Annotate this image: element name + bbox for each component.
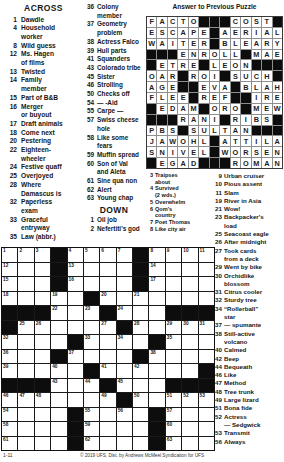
puzzle-cell[interactable]: 33 <box>84 335 99 349</box>
answer-letter-cell: S <box>147 147 156 157</box>
answer-letter-cell: N <box>241 126 250 136</box>
puzzle-cell[interactable] <box>51 408 66 422</box>
puzzle-cell[interactable] <box>84 393 99 407</box>
puzzle-cell[interactable]: 21 <box>133 292 148 306</box>
puzzle-cell[interactable]: 36 <box>2 350 17 364</box>
puzzle-cell[interactable] <box>199 437 214 451</box>
answer-letter-cell: R <box>199 50 208 60</box>
cell-number: 58 <box>3 422 8 428</box>
answer-black-cell <box>241 104 250 114</box>
answer-letter-cell: R <box>262 93 271 103</box>
down-clue-7: 7Poet Thomas <box>146 219 210 226</box>
puzzle-cell[interactable] <box>51 393 66 407</box>
cell-number: 39 <box>3 364 8 370</box>
puzzle-cell[interactable]: 16 <box>68 277 83 291</box>
puzzle-cell[interactable]: 46 <box>2 393 17 407</box>
clue-text: Traipses about <box>155 172 178 185</box>
puzzle-cell[interactable]: 14 <box>149 263 164 277</box>
puzzle-cell[interactable]: 5 <box>84 248 99 262</box>
puzzle-cell[interactable]: 24 <box>117 306 132 320</box>
cell-number: 19 <box>52 292 57 298</box>
puzzle-cell[interactable] <box>117 292 132 306</box>
clue-number: 35 <box>2 233 21 242</box>
across-clue-1: 1Dawdle <box>2 16 85 25</box>
puzzle-black-cell <box>149 335 164 349</box>
puzzle-cell[interactable] <box>133 422 148 436</box>
puzzle-cell[interactable] <box>35 263 50 277</box>
puzzle-cell[interactable]: 23 <box>84 306 99 320</box>
answer-black-cell <box>220 17 229 27</box>
down-clue-21: 21Wow! <box>212 205 283 213</box>
answer-letter-cell: T <box>231 136 240 146</box>
puzzle-cell[interactable]: 44 <box>84 379 99 393</box>
across-clue-25: 25Overjoyed <box>2 172 85 181</box>
clue-text: Son of Val and Aleta <box>97 160 128 177</box>
answer-letter-cell: O <box>210 104 219 114</box>
puzzle-cell[interactable] <box>182 335 197 349</box>
clue-text: River in Asia <box>224 197 261 205</box>
cell-number: 13 <box>69 263 74 269</box>
clue-text: Part of B&B <box>21 94 58 103</box>
puzzle-cell[interactable] <box>100 408 115 422</box>
cell-number: 42 <box>134 364 139 370</box>
puzzle-black-cell <box>2 321 17 335</box>
answer-black-cell <box>178 82 187 92</box>
puzzle-cell[interactable]: 32 <box>2 335 17 349</box>
puzzle-cell[interactable] <box>68 292 83 306</box>
puzzle-black-cell <box>51 277 66 291</box>
across-clue-14: 14Family member <box>2 76 85 93</box>
clue-number: 28 <box>2 181 21 190</box>
answer-letter-cell: R <box>168 71 177 81</box>
clue-number: 62 <box>84 186 97 195</box>
answer-letter-cell: A <box>220 28 229 38</box>
cell-number: 50 <box>134 393 139 399</box>
down-clue-6: 6Qom's country <box>146 206 210 219</box>
answer-letter-cell: R <box>241 28 250 38</box>
clue-text: Orchidlike blossom <box>224 272 254 289</box>
answer-letter-cell: L <box>273 28 282 38</box>
puzzle-cell[interactable]: 29 <box>166 321 181 335</box>
puzzle-black-cell <box>149 437 164 451</box>
puzzle-cell[interactable] <box>35 350 50 364</box>
answer-letter-cell: A <box>157 71 166 81</box>
answer-letter-cell: L <box>252 82 261 92</box>
clue-text: Like some fears <box>97 134 128 151</box>
clue-text: Carpe — <box>97 107 123 116</box>
answer-letter-cell: I <box>168 147 177 157</box>
answer-letter-cell: R <box>241 147 250 157</box>
clue-text: Tree trunk <box>224 388 254 396</box>
puzzle-cell[interactable] <box>35 364 50 378</box>
across-clue-55: 55Carpe — <box>84 107 144 116</box>
clue-number: 19 <box>212 197 224 205</box>
down-clues-column-2: 1Oil job2Nefertiti's god <box>84 216 144 233</box>
puzzle-cell[interactable]: 27 <box>100 321 115 335</box>
puzzle-black-cell <box>18 306 33 320</box>
puzzle-cell[interactable] <box>149 393 164 407</box>
clue-text: Sister <box>97 73 115 82</box>
down-clue-32: 32Sturdy tree <box>212 296 283 304</box>
cell-number: 57 <box>167 408 172 414</box>
puzzle-cell[interactable]: 6 <box>100 248 115 262</box>
puzzle-cell[interactable] <box>166 263 181 277</box>
clue-text: — spumante <box>224 321 261 329</box>
puzzle-cell[interactable] <box>68 393 83 407</box>
puzzle-cell[interactable] <box>149 292 164 306</box>
answer-letter-cell: V <box>178 147 187 157</box>
puzzle-cell[interactable] <box>182 408 197 422</box>
puzzle-cell[interactable] <box>84 321 99 335</box>
down-clue-40: 40Calmed <box>212 346 283 354</box>
puzzle-cell[interactable] <box>100 350 115 364</box>
puzzle-cell[interactable]: 2 <box>18 248 33 262</box>
puzzle-cell[interactable]: 10 <box>182 248 197 262</box>
puzzle-cell[interactable] <box>199 277 214 291</box>
down-clue-30: 30Orchidlike blossom <box>212 272 283 289</box>
answer-letter-cell: O <box>189 17 198 27</box>
puzzle-black-cell <box>18 379 33 393</box>
puzzle-cell[interactable]: 60 <box>166 422 181 436</box>
cell-number: 43 <box>52 379 57 385</box>
clue-number: 16 <box>2 103 21 112</box>
down-clue-11: 11Slam <box>212 189 283 197</box>
clue-number: 55 <box>84 107 97 116</box>
puzzle-cell[interactable]: 61 <box>2 437 17 451</box>
puzzle-cell[interactable] <box>35 437 50 451</box>
puzzle-cell[interactable] <box>117 350 132 364</box>
puzzle-cell[interactable]: 22 <box>51 306 66 320</box>
puzzle-cell[interactable] <box>18 364 33 378</box>
puzzle-cell[interactable]: 8 <box>149 248 164 262</box>
puzzle-cell[interactable]: 31 <box>199 321 214 335</box>
answer-letter-cell: C <box>231 17 240 27</box>
puzzle-cell[interactable]: 59 <box>84 422 99 436</box>
puzzle-cell[interactable]: 54 <box>2 408 17 422</box>
down-clue-48: 48Tree trunk <box>212 388 283 396</box>
puzzle-cell[interactable] <box>35 277 50 291</box>
clue-number: 37 <box>84 20 97 29</box>
puzzle-cell[interactable] <box>149 364 164 378</box>
answer-letter-cell: A <box>147 82 156 92</box>
puzzle-cell[interactable]: 13 <box>68 263 83 277</box>
answer-letter-cell: E <box>273 93 282 103</box>
puzzle-cell[interactable]: 62 <box>84 437 99 451</box>
clue-text: Actress Falco <box>97 38 139 47</box>
puzzle-cell[interactable]: 1 <box>2 248 17 262</box>
answer-letter-cell: T <box>220 126 229 136</box>
cell-number: 25 <box>19 321 24 327</box>
answer-letter-cell: E <box>189 147 198 157</box>
puzzle-cell[interactable] <box>182 364 197 378</box>
puzzle-cell[interactable]: 39 <box>2 364 17 378</box>
answer-letter-cell: S <box>252 17 261 27</box>
puzzle-cell[interactable] <box>100 437 115 451</box>
puzzle-cell[interactable]: 3 <box>35 248 50 262</box>
puzzle-cell[interactable]: 35 <box>166 335 181 349</box>
answer-letter-cell: A <box>262 158 271 168</box>
puzzle-cell[interactable]: 38 <box>149 350 164 364</box>
puzzle-cell[interactable]: 47 <box>18 393 33 407</box>
puzzle-cell[interactable]: 9 <box>166 248 181 262</box>
cell-number: 62 <box>85 437 90 443</box>
puzzle-cell[interactable]: 37 <box>68 350 83 364</box>
puzzle-cell[interactable] <box>100 263 115 277</box>
answer-black-cell <box>178 126 187 136</box>
puzzle-cell[interactable]: 26 <box>35 321 50 335</box>
answer-letter-cell: P <box>189 28 198 38</box>
down-clues-column-3: 3Traipses about4Survived (2 wds.)5Overwh… <box>146 172 210 232</box>
puzzle-cell[interactable] <box>84 263 99 277</box>
answer-black-cell <box>189 93 198 103</box>
clue-text: Backpacker's load <box>224 213 264 230</box>
puzzle-cell[interactable]: 19 <box>51 292 66 306</box>
answer-letter-cell: M <box>252 158 261 168</box>
clue-text: Overwhelm <box>155 199 185 206</box>
answer-letter-cell: A <box>178 158 187 168</box>
puzzle-cell[interactable]: 55 <box>84 408 99 422</box>
puzzle-cell[interactable] <box>199 422 214 436</box>
clue-number: 1 <box>84 216 97 225</box>
cell-number: 34 <box>118 335 123 341</box>
down-clue-31: 31Citrus cooler <box>212 288 283 296</box>
puzzle-cell[interactable] <box>133 335 148 349</box>
answer-letter-cell: I <box>241 115 250 125</box>
puzzle-cell[interactable] <box>117 437 132 451</box>
puzzle-cell[interactable]: 42 <box>133 364 148 378</box>
puzzle-cell[interactable]: 43 <box>51 379 66 393</box>
puzzle-cell[interactable] <box>199 335 214 349</box>
across-clue-46: 46Strolling <box>84 81 144 90</box>
puzzle-cell[interactable] <box>166 364 181 378</box>
puzzle-cell[interactable]: 18 <box>2 292 17 306</box>
puzzle-cell[interactable] <box>182 437 197 451</box>
puzzle-cell[interactable] <box>68 379 83 393</box>
cell-number: 22 <box>52 306 57 312</box>
puzzle-cell[interactable] <box>35 292 50 306</box>
puzzle-cell[interactable]: 30 <box>182 321 197 335</box>
answer-letter-cell: B <box>157 126 166 136</box>
across-clue-45: 45Sister <box>84 73 144 82</box>
crossword-page: ACROSS 1Dawdle4Household worker8Wild gue… <box>0 0 284 462</box>
cell-number: 35 <box>167 335 172 341</box>
puzzle-cell[interactable] <box>35 408 50 422</box>
puzzle-cell[interactable]: 34 <box>117 335 132 349</box>
across-clue-17: 17Draft animals <box>2 120 85 129</box>
puzzle-cell[interactable] <box>166 350 181 364</box>
clue-text: Went by bike <box>224 263 262 271</box>
across-clues-column-1: 1Dawdle4Household worker8Wild guess12Ms.… <box>2 16 85 242</box>
answer-letter-cell: S <box>168 126 177 136</box>
answer-letter-cell: O <box>178 136 187 146</box>
answer-letter-cell: N <box>199 115 208 125</box>
clue-text: Pious assent <box>224 180 262 188</box>
answer-letter-cell: L <box>262 136 271 146</box>
puzzle-cell[interactable]: 56 <box>117 408 132 422</box>
puzzle-cell[interactable] <box>51 422 66 436</box>
cell-number: 9 <box>167 248 170 254</box>
puzzle-cell[interactable]: 12 <box>2 263 17 277</box>
puzzle-cell[interactable]: 53 <box>199 393 214 407</box>
puzzle-cell[interactable]: 40 <box>51 364 66 378</box>
puzzle-cell[interactable] <box>182 422 197 436</box>
across-clue-61: 61Sine qua non <box>84 177 144 186</box>
puzzle-cell[interactable] <box>18 408 33 422</box>
puzzle-cell[interactable]: 45 <box>117 379 132 393</box>
clue-text: Poet Thomas <box>155 219 190 226</box>
puzzle-cell[interactable] <box>100 422 115 436</box>
puzzle-cell[interactable] <box>35 335 50 349</box>
puzzle-cell[interactable] <box>117 364 132 378</box>
puzzle-cell[interactable] <box>133 408 148 422</box>
puzzle-cell[interactable] <box>117 277 132 291</box>
clue-number: 38 <box>84 38 97 47</box>
puzzle-cell[interactable]: 49 <box>100 393 115 407</box>
clue-text: Slam <box>224 189 239 197</box>
answer-black-cell <box>147 50 156 60</box>
puzzle-black-cell <box>2 306 17 320</box>
answer-black-cell <box>210 39 219 49</box>
clue-text: Calmed <box>224 346 246 354</box>
cell-number: 8 <box>150 248 153 254</box>
across-clue-57: 57Swiss cheese hole <box>84 116 144 133</box>
cell-number: 60 <box>167 422 172 428</box>
answer-black-cell <box>168 115 177 125</box>
puzzle-cell[interactable] <box>84 350 99 364</box>
puzzle-cell[interactable] <box>166 277 181 291</box>
cell-number: 26 <box>36 321 41 327</box>
puzzle-cell[interactable] <box>199 292 214 306</box>
puzzle-cell[interactable] <box>18 437 33 451</box>
puzzle-cell[interactable] <box>18 292 33 306</box>
puzzle-cell[interactable]: 51 <box>166 393 181 407</box>
clue-text: Twisted <box>21 68 45 77</box>
clue-number: 9 <box>212 172 224 180</box>
puzzle-black-cell <box>84 292 99 306</box>
answer-letter-cell: C <box>168 17 177 27</box>
clue-number: 11 <box>212 189 224 197</box>
across-clue-62: 62Alert <box>84 186 144 195</box>
puzzle-cell[interactable] <box>68 364 83 378</box>
answer-letter-cell: L <box>210 60 219 70</box>
answer-letter-cell: F <box>147 93 156 103</box>
puzzle-cell[interactable] <box>100 335 115 349</box>
puzzle-cell[interactable]: 58 <box>2 422 17 436</box>
puzzle-cell[interactable] <box>133 379 148 393</box>
across-clue-54: 54— -Aid <box>84 99 144 108</box>
puzzle-cell[interactable] <box>117 422 132 436</box>
puzzle-cell[interactable] <box>117 263 132 277</box>
puzzle-cell[interactable]: 41 <box>100 364 115 378</box>
answer-letter-cell: E <box>231 28 240 38</box>
puzzle-cell[interactable]: 11 <box>199 248 214 262</box>
puzzle-cell[interactable]: 63 <box>166 437 181 451</box>
puzzle-cell[interactable] <box>149 321 164 335</box>
puzzle-cell[interactable]: 4 <box>68 248 83 262</box>
clue-number: 61 <box>84 177 97 186</box>
across-clue-22: 22Eighteen- wheeler <box>2 146 85 163</box>
puzzle-cell[interactable] <box>18 263 33 277</box>
answer-black-cell <box>273 115 282 125</box>
puzzle-cell[interactable]: 52 <box>182 393 197 407</box>
puzzle-cell[interactable] <box>199 263 214 277</box>
answer-letter-cell: E <box>189 60 198 70</box>
clue-number: 20 <box>2 137 21 146</box>
puzzle-cell[interactable]: 50 <box>133 393 148 407</box>
puzzle-cell[interactable] <box>182 263 197 277</box>
puzzle-cell[interactable]: 28 <box>133 321 148 335</box>
puzzle-cell[interactable]: 25 <box>18 321 33 335</box>
across-clue-39: 39Hull parts <box>84 47 144 56</box>
clue-number: 57 <box>84 116 97 125</box>
down-clue-23: 23Backpacker's load <box>212 213 283 230</box>
puzzle-cell[interactable] <box>182 350 197 364</box>
clue-text: Large lizard <box>224 396 259 404</box>
clue-number: 4 <box>146 185 155 192</box>
puzzle-cell[interactable] <box>18 422 33 436</box>
cell-number: 41 <box>101 364 106 370</box>
puzzle-cell[interactable] <box>84 277 99 291</box>
answer-letter-cell: H <box>262 71 271 81</box>
puzzle-cell[interactable]: 15 <box>2 277 17 291</box>
puzzle-cell[interactable]: 20 <box>100 292 115 306</box>
cell-number: 44 <box>85 379 90 385</box>
puzzle-cell[interactable] <box>18 335 33 349</box>
puzzle-cell[interactable] <box>133 437 148 451</box>
puzzle-cell[interactable] <box>35 422 50 436</box>
answer-black-cell <box>157 50 166 60</box>
puzzle-cell[interactable]: 7 <box>117 248 132 262</box>
puzzle-cell[interactable]: 17 <box>149 277 164 291</box>
clue-number: 26 <box>212 238 224 246</box>
across-clue-12: 12Ms. Hagen of films <box>2 50 85 67</box>
puzzle-cell[interactable] <box>199 408 214 422</box>
answer-letter-cell: S <box>157 28 166 38</box>
puzzle-cell[interactable] <box>182 292 197 306</box>
puzzle-cell[interactable] <box>149 379 164 393</box>
puzzle-cell[interactable] <box>133 306 148 320</box>
answer-black-cell <box>273 17 282 27</box>
answer-letter-cell: R <box>262 39 271 49</box>
answer-letter-cell: L <box>231 39 240 49</box>
puzzle-cell[interactable] <box>68 306 83 320</box>
cell-number: 33 <box>85 335 90 341</box>
clue-text: Ms. Hagen of films <box>21 50 54 67</box>
puzzle-cell[interactable] <box>18 277 33 291</box>
puzzle-cell[interactable] <box>18 350 33 364</box>
across-clue-18: 18Come next <box>2 129 85 138</box>
clue-text: Survived (2 wds.) <box>155 185 179 198</box>
puzzle-cell[interactable] <box>199 350 214 364</box>
puzzle-cell[interactable] <box>51 321 66 335</box>
answer-letter-cell: T <box>168 60 177 70</box>
puzzle-cell[interactable] <box>68 321 83 335</box>
puzzle-cell[interactable] <box>182 277 197 291</box>
puzzle-cell[interactable]: 57 <box>166 408 181 422</box>
puzzle-cell[interactable] <box>149 306 164 320</box>
puzzle-cell[interactable] <box>51 437 66 451</box>
answer-letter-cell: L <box>157 93 166 103</box>
puzzle-cell[interactable]: 48 <box>35 393 50 407</box>
puzzle-cell[interactable] <box>51 335 66 349</box>
puzzle-black-cell <box>84 364 99 378</box>
clue-text: Sturdy tree <box>224 296 257 304</box>
puzzle-cell[interactable] <box>166 292 181 306</box>
puzzle-cell[interactable] <box>100 277 115 291</box>
puzzle-black-cell <box>2 379 17 393</box>
answer-letter-cell: R <box>189 71 198 81</box>
answer-letter-cell: O <box>241 158 250 168</box>
